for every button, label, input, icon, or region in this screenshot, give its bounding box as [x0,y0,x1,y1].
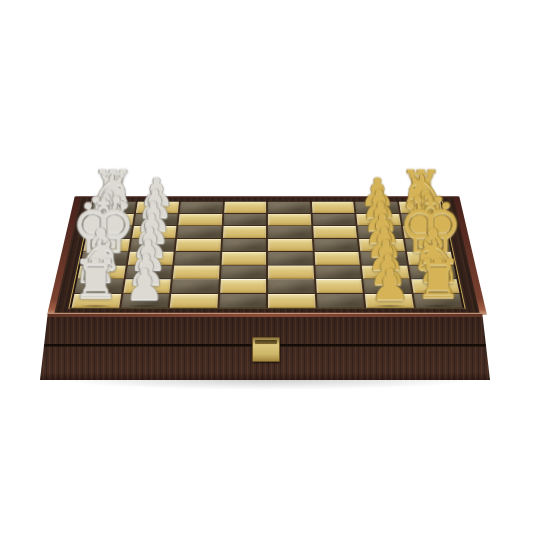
wooden-case-front [40,314,490,380]
board-square: ♟ [121,294,170,308]
board-square [177,226,221,238]
board-square [311,202,354,214]
board-square [176,239,221,252]
board-square [180,202,223,214]
board-square [221,252,266,265]
brass-clasp-icon [252,337,280,362]
board-square [316,279,363,293]
board-square [268,294,315,308]
board-square [222,239,266,252]
clasp-notch [255,340,277,344]
board-square [219,294,266,308]
gold-pawn: ♟ [370,263,409,307]
board-square [171,279,218,293]
board-square [312,214,356,226]
board-square [315,265,361,278]
chess-set-product-photo: ♜♟♟♜♞♟♟♞♝♟♟♝♛♟♟♛♚♟♟♚♝♟♟♝♞♟♟♞♜♟♟♜ [0,0,533,533]
board-square [268,265,314,278]
board-square [268,226,312,238]
board-square [170,294,218,308]
board-wood-frame: ♜♟♟♜♞♟♟♞♝♟♟♝♛♟♟♛♚♟♟♚♝♟♟♝♞♟♟♞♜♟♟♜ [54,198,479,313]
board-square [268,239,312,252]
silver-pawn: ♟ [125,263,164,307]
chess-board-grid: ♜♟♟♜♞♟♟♞♝♟♟♝♛♟♟♛♚♟♟♚♝♟♟♝♞♟♟♞♜♟♟♜ [71,202,462,308]
board-square [222,226,266,238]
board-square [314,252,360,265]
board-square: ♜ [71,294,120,308]
board-square: ♜ [413,294,462,308]
board-square [224,202,266,214]
gold-rook: ♜ [415,253,463,306]
board-square [173,265,219,278]
board-square [220,265,266,278]
board-square [174,252,220,265]
board-square [268,202,310,214]
board-square [223,214,266,226]
board-square [220,279,266,293]
chess-board: ♜♟♟♜♞♟♟♞♝♟♟♝♛♟♟♛♚♟♟♚♝♟♟♝♞♟♟♞♜♟♟♜ [47,196,487,315]
board-square [268,214,311,226]
board-square [313,239,358,252]
silver-rook: ♜ [71,253,119,306]
board-square [268,279,314,293]
board-playing-field: ♜♟♟♜♞♟♟♞♝♟♟♝♛♟♟♛♚♟♟♚♝♟♟♝♞♟♟♞♜♟♟♜ [68,201,465,309]
board-square: ♟ [365,294,414,308]
board-square [268,252,313,265]
board-square [313,226,357,238]
board-square [316,294,364,308]
case-lid-edge-trim [40,314,490,317]
board-square [178,214,222,226]
